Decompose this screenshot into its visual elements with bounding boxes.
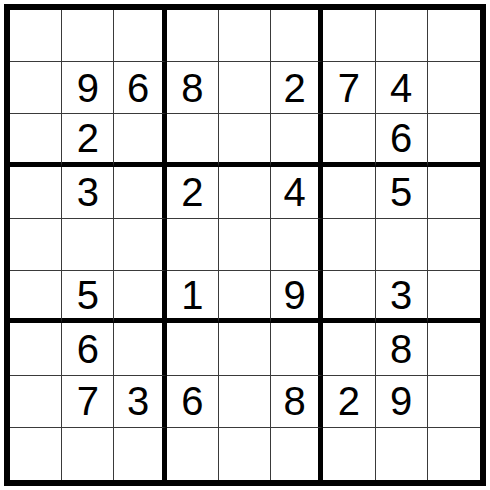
cell-r1c8[interactable]	[376, 10, 428, 62]
cell-r5c1[interactable]	[10, 219, 62, 271]
given-digit: 2	[77, 118, 99, 158]
cell-r5c5[interactable]	[219, 219, 271, 271]
cell-r9c9[interactable]	[428, 428, 480, 480]
cell-r7c4[interactable]	[167, 323, 219, 375]
cell-r9c4[interactable]	[167, 428, 219, 480]
cell-r3c6[interactable]	[271, 114, 323, 166]
cell-r4c4[interactable]: 2	[167, 167, 219, 219]
cell-r1c2[interactable]	[62, 10, 114, 62]
cell-r3c5[interactable]	[219, 114, 271, 166]
cell-r4c7[interactable]	[323, 167, 375, 219]
cell-r7c2[interactable]: 6	[62, 323, 114, 375]
given-digit: 6	[77, 329, 99, 369]
cell-r9c5[interactable]	[219, 428, 271, 480]
cell-r8c9[interactable]	[428, 376, 480, 428]
cell-r2c3[interactable]: 6	[114, 62, 166, 114]
given-digit: 3	[77, 172, 99, 212]
given-digit: 3	[127, 381, 149, 421]
cell-r6c2[interactable]: 5	[62, 271, 114, 323]
cell-r7c6[interactable]	[271, 323, 323, 375]
cell-r3c2[interactable]: 2	[62, 114, 114, 166]
cell-r7c1[interactable]	[10, 323, 62, 375]
cell-r3c4[interactable]	[167, 114, 219, 166]
cell-r5c8[interactable]	[376, 219, 428, 271]
cell-r1c4[interactable]	[167, 10, 219, 62]
cell-r7c8[interactable]: 8	[376, 323, 428, 375]
given-digit: 9	[390, 381, 412, 421]
cell-r7c9[interactable]	[428, 323, 480, 375]
given-digit: 6	[127, 68, 149, 108]
given-digit: 8	[390, 329, 412, 369]
cell-r9c7[interactable]	[323, 428, 375, 480]
cell-r2c8[interactable]: 4	[376, 62, 428, 114]
given-digit: 9	[284, 275, 306, 315]
given-digit: 2	[338, 381, 360, 421]
cell-r8c2[interactable]: 7	[62, 376, 114, 428]
cell-r5c7[interactable]	[323, 219, 375, 271]
cell-r8c4[interactable]: 6	[167, 376, 219, 428]
cell-r9c8[interactable]	[376, 428, 428, 480]
cell-r4c8[interactable]: 5	[376, 167, 428, 219]
cell-r9c3[interactable]	[114, 428, 166, 480]
cell-r1c5[interactable]	[219, 10, 271, 62]
cell-r6c7[interactable]	[323, 271, 375, 323]
cell-r8c1[interactable]	[10, 376, 62, 428]
cell-r9c6[interactable]	[271, 428, 323, 480]
cell-r2c2[interactable]: 9	[62, 62, 114, 114]
given-digit: 6	[390, 118, 412, 158]
cell-r6c3[interactable]	[114, 271, 166, 323]
given-digit: 6	[181, 381, 203, 421]
given-digit: 4	[284, 172, 306, 212]
given-digit: 8	[284, 381, 306, 421]
cell-r6c9[interactable]	[428, 271, 480, 323]
cell-r5c4[interactable]	[167, 219, 219, 271]
cell-r4c6[interactable]: 4	[271, 167, 323, 219]
cell-r8c8[interactable]: 9	[376, 376, 428, 428]
cell-r7c3[interactable]	[114, 323, 166, 375]
cell-r3c9[interactable]	[428, 114, 480, 166]
cell-r5c3[interactable]	[114, 219, 166, 271]
cell-r7c7[interactable]	[323, 323, 375, 375]
cell-r4c2[interactable]: 3	[62, 167, 114, 219]
given-digit: 2	[181, 172, 203, 212]
given-digit: 5	[77, 275, 99, 315]
cell-r6c1[interactable]	[10, 271, 62, 323]
cell-r4c1[interactable]	[10, 167, 62, 219]
given-digit: 7	[338, 68, 360, 108]
cell-r3c8[interactable]: 6	[376, 114, 428, 166]
cell-r1c1[interactable]	[10, 10, 62, 62]
cell-r4c5[interactable]	[219, 167, 271, 219]
cell-r4c9[interactable]	[428, 167, 480, 219]
given-digit: 4	[390, 68, 412, 108]
sudoku-board: 968274263245519368736829	[4, 4, 486, 486]
cell-r2c7[interactable]: 7	[323, 62, 375, 114]
cell-r5c9[interactable]	[428, 219, 480, 271]
cell-r9c1[interactable]	[10, 428, 62, 480]
cell-r6c6[interactable]: 9	[271, 271, 323, 323]
given-digit: 3	[390, 275, 412, 315]
sudoku-page: 968274263245519368736829	[0, 0, 490, 490]
given-digit: 7	[77, 381, 99, 421]
cell-r5c6[interactable]	[271, 219, 323, 271]
given-digit: 9	[77, 68, 99, 108]
cell-r6c5[interactable]	[219, 271, 271, 323]
cell-r8c5[interactable]	[219, 376, 271, 428]
cell-r8c6[interactable]: 8	[271, 376, 323, 428]
cell-r6c4[interactable]: 1	[167, 271, 219, 323]
cell-r1c7[interactable]	[323, 10, 375, 62]
cell-r2c4[interactable]: 8	[167, 62, 219, 114]
cell-r8c3[interactable]: 3	[114, 376, 166, 428]
cell-r4c3[interactable]	[114, 167, 166, 219]
given-digit: 2	[284, 68, 306, 108]
cell-r1c3[interactable]	[114, 10, 166, 62]
cell-r8c7[interactable]: 2	[323, 376, 375, 428]
cell-r1c6[interactable]	[271, 10, 323, 62]
cell-r7c5[interactable]	[219, 323, 271, 375]
cell-r2c9[interactable]	[428, 62, 480, 114]
cell-r2c1[interactable]	[10, 62, 62, 114]
cell-r2c5[interactable]	[219, 62, 271, 114]
cell-r5c2[interactable]	[62, 219, 114, 271]
cell-r3c7[interactable]	[323, 114, 375, 166]
cell-r3c1[interactable]	[10, 114, 62, 166]
cell-r1c9[interactable]	[428, 10, 480, 62]
cell-r2c6[interactable]: 2	[271, 62, 323, 114]
given-digit: 5	[390, 172, 412, 212]
sudoku-grid: 968274263245519368736829	[10, 10, 480, 480]
given-digit: 1	[181, 275, 203, 315]
cell-r9c2[interactable]	[62, 428, 114, 480]
cell-r6c8[interactable]: 3	[376, 271, 428, 323]
cell-r3c3[interactable]	[114, 114, 166, 166]
given-digit: 8	[181, 68, 203, 108]
